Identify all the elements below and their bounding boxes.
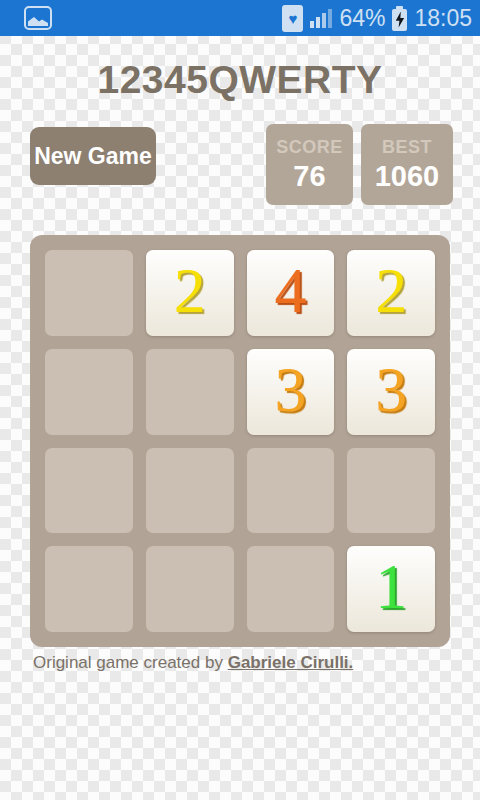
status-bar: ♥ 64% 18:05 [0, 0, 480, 36]
empty-cell [45, 349, 133, 435]
score-label: SCORE [276, 137, 343, 158]
empty-cell [146, 546, 234, 632]
clock-text: 18:05 [414, 5, 472, 32]
score-box: SCORE 76 [266, 124, 353, 205]
battery-charging-icon [392, 9, 407, 31]
best-box: BEST 1060 [361, 124, 453, 205]
author-link[interactable]: Gabriele Cirulli. [228, 653, 354, 672]
best-value: 1060 [375, 160, 440, 193]
footer-text: Original game created by [33, 653, 228, 672]
empty-cell [146, 448, 234, 534]
screenshot-photo-icon [24, 6, 52, 30]
tile-3: 3 [347, 349, 435, 435]
app-screen: ♥ 64% 18:05 12345QWERTY New Game SCORE 7… [0, 0, 480, 800]
empty-cell [45, 448, 133, 534]
score-value: 76 [293, 160, 325, 193]
status-bar-right: ♥ 64% 18:05 [282, 5, 472, 32]
tile-3: 3 [247, 349, 335, 435]
photo-mountain-shape [28, 16, 48, 26]
empty-cell [45, 546, 133, 632]
battery-percent-text: 64% [339, 5, 385, 32]
tile-2: 2 [146, 250, 234, 336]
empty-cell [247, 546, 335, 632]
empty-cell [347, 448, 435, 534]
sim-heart-icon: ♥ [282, 5, 303, 32]
signal-strength-icon [310, 8, 332, 28]
board[interactable]: 242331 [30, 235, 450, 647]
page-title: 12345QWERTY [0, 58, 480, 102]
tile-4: 4 [247, 250, 335, 336]
tile-1: 1 [347, 546, 435, 632]
footer-credit: Original game created by Gabriele Cirull… [33, 653, 353, 673]
empty-cell [146, 349, 234, 435]
tile-2: 2 [347, 250, 435, 336]
empty-cell [45, 250, 133, 336]
empty-cell [247, 448, 335, 534]
new-game-button[interactable]: New Game [30, 127, 156, 185]
best-label: BEST [382, 137, 432, 158]
